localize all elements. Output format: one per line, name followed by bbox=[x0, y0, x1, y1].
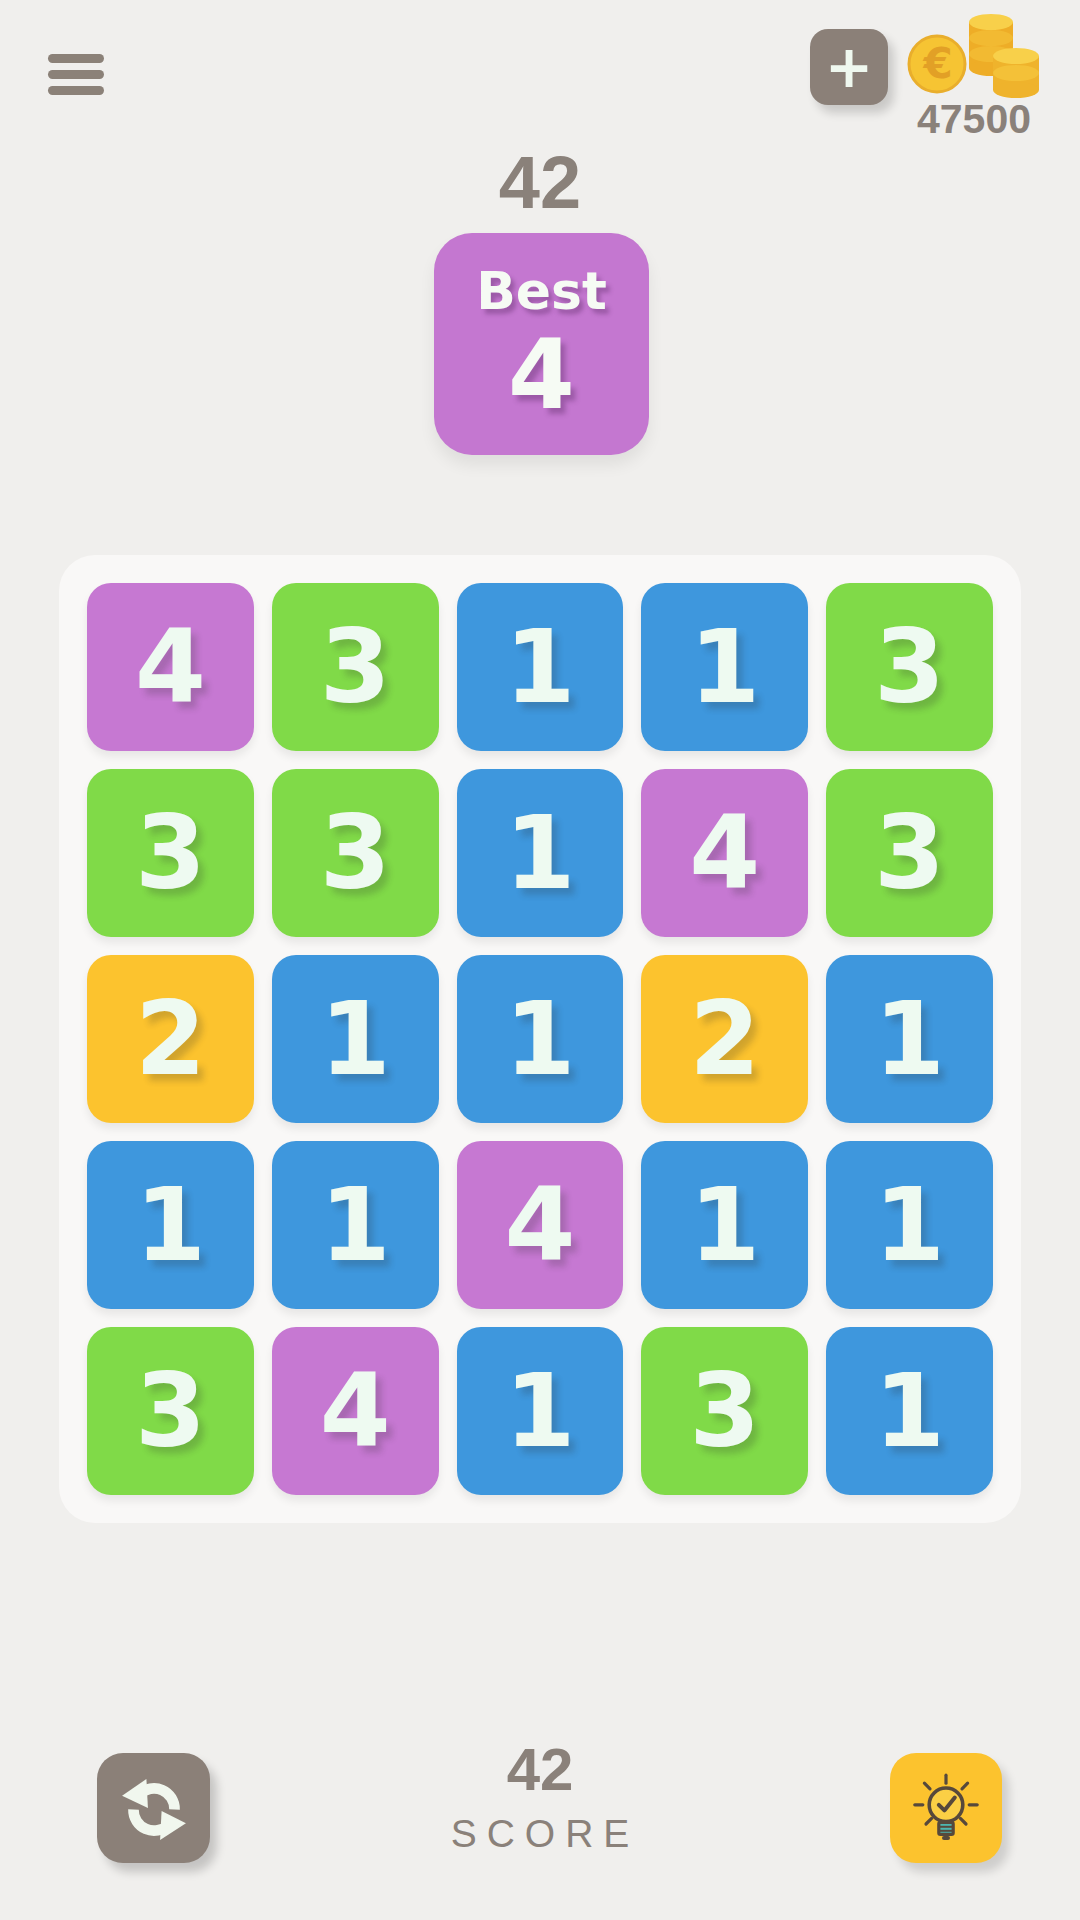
euro-coin-stack-icon: € bbox=[907, 10, 1041, 98]
tile-r2c3[interactable]: 1 bbox=[457, 769, 624, 937]
tile-r1c1[interactable]: 4 bbox=[87, 583, 254, 751]
tile-r3c5[interactable]: 1 bbox=[826, 955, 993, 1123]
tile-r3c2[interactable]: 1 bbox=[272, 955, 439, 1123]
tile-r2c2[interactable]: 3 bbox=[272, 769, 439, 937]
tile-r4c4[interactable]: 1 bbox=[641, 1141, 808, 1309]
tile-r3c4[interactable]: 2 bbox=[641, 955, 808, 1123]
hamburger-bar bbox=[48, 86, 104, 95]
current-score-top: 42 bbox=[0, 146, 1080, 220]
plus-icon: + bbox=[825, 38, 874, 96]
tile-r4c5[interactable]: 1 bbox=[826, 1141, 993, 1309]
hamburger-bar bbox=[48, 70, 104, 79]
tile-r2c1[interactable]: 3 bbox=[87, 769, 254, 937]
tile-r2c4[interactable]: 4 bbox=[641, 769, 808, 937]
hamburger-menu-icon[interactable] bbox=[48, 54, 104, 95]
tile-r5c5[interactable]: 1 bbox=[826, 1327, 993, 1495]
board-grid: 4311333143211211141134131 bbox=[87, 583, 993, 1495]
best-score-badge: Best 4 bbox=[434, 233, 649, 455]
board-card: 4311333143211211141134131 bbox=[59, 555, 1021, 1523]
tile-r3c1[interactable]: 2 bbox=[87, 955, 254, 1123]
hint-button[interactable] bbox=[890, 1753, 1002, 1863]
tile-r1c4[interactable]: 1 bbox=[641, 583, 808, 751]
hamburger-bar bbox=[48, 54, 104, 63]
tile-r4c2[interactable]: 1 bbox=[272, 1141, 439, 1309]
tile-r5c1[interactable]: 3 bbox=[87, 1327, 254, 1495]
tile-r1c2[interactable]: 3 bbox=[272, 583, 439, 751]
tile-r2c5[interactable]: 3 bbox=[826, 769, 993, 937]
tile-r1c5[interactable]: 3 bbox=[826, 583, 993, 751]
tile-r5c2[interactable]: 4 bbox=[272, 1327, 439, 1495]
lightbulb-check-icon bbox=[906, 1768, 986, 1848]
svg-text:€: € bbox=[922, 39, 952, 88]
tile-r4c3[interactable]: 4 bbox=[457, 1141, 624, 1309]
tile-r5c3[interactable]: 1 bbox=[457, 1327, 624, 1495]
tile-r4c1[interactable]: 1 bbox=[87, 1141, 254, 1309]
tile-r1c3[interactable]: 1 bbox=[457, 583, 624, 751]
coin-balance: 47500 bbox=[900, 96, 1048, 143]
tile-r3c3[interactable]: 1 bbox=[457, 955, 624, 1123]
currency-display: € 47500 bbox=[900, 10, 1048, 143]
best-label: Best bbox=[476, 265, 607, 317]
best-value: 4 bbox=[508, 327, 575, 423]
add-coins-button[interactable]: + bbox=[810, 29, 888, 105]
tile-r5c4[interactable]: 3 bbox=[641, 1327, 808, 1495]
